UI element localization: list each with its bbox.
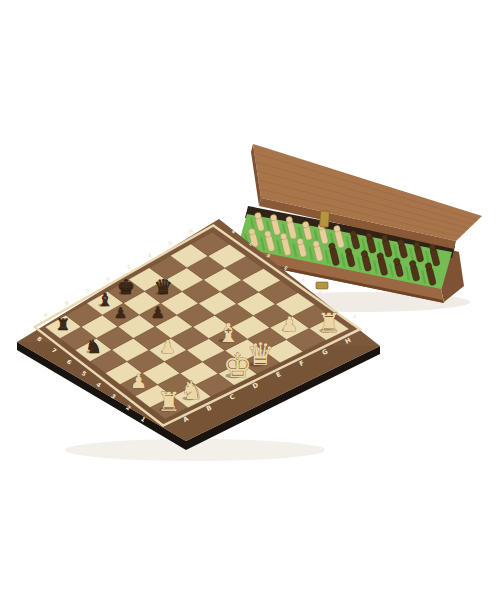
piece-black-knight-a6: ♞ (85, 336, 102, 357)
piece-white-knight-b1: ♞ (180, 376, 203, 405)
chess-product-photo: AA11BB22CC33DD44EE55FF66GG77HH88♜♝♚♛♟♞♟♟… (0, 0, 500, 600)
rank-label-right-1: 1 (352, 313, 358, 319)
file-label-back-B: B (63, 300, 69, 306)
clasp-keeper (316, 282, 328, 289)
scene-svg: AA11BB22CC33DD44EE55FF66GG77HH88♜♝♚♛♟♞♟♟… (0, 0, 500, 600)
piece-black-rook-a8: ♜ (56, 315, 70, 334)
piece-white-pawn-c4: ♟ (160, 336, 176, 357)
file-label-back-F: F (147, 252, 152, 258)
piece-white-rook-a1: ♜ (157, 387, 181, 417)
file-label-back-G: G (167, 240, 173, 246)
piece-white-queen-e1: ♛ (246, 336, 274, 372)
piece-black-pawn-c7: ♟ (114, 304, 127, 321)
file-label-back-A: A (43, 311, 49, 317)
file-label-back-D: D (105, 276, 111, 282)
file-label-back-E: E (126, 264, 131, 270)
piece-black-pawn-d6: ♟ (151, 303, 165, 322)
piece-black-bishop-c8: ♝ (97, 289, 113, 310)
piece-white-pawn-a3: ♟ (130, 370, 147, 393)
clasp-hasp (319, 211, 329, 228)
piece-white-rook-h1: ♜ (317, 308, 341, 338)
file-label-back-C: C (84, 288, 90, 294)
piece-white-pawn-g2: ♟ (280, 312, 298, 336)
piece-black-queen-e7: ♛ (154, 275, 172, 299)
file-label-back-H: H (188, 228, 194, 234)
rank-label-right-4: 4 (300, 277, 306, 283)
piece-black-king-d8: ♚ (117, 276, 135, 299)
piece-white-bishop-e3: ♝ (216, 318, 239, 348)
